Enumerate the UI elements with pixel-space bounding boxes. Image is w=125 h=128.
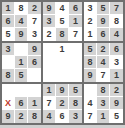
cell-r6c3[interactable] [28, 69, 41, 82]
cell-r9c8[interactable]: 1 [97, 110, 110, 123]
cell-r1c8[interactable]: 5 [97, 2, 110, 15]
cell-r6c2[interactable]: 5 [15, 69, 28, 82]
cell-r1c3[interactable]: 2 [28, 2, 41, 15]
cell-r7c2[interactable] [15, 84, 28, 97]
cell-r8c2[interactable]: 6 [15, 97, 28, 110]
cell-r6c4[interactable] [43, 69, 56, 82]
cell-r7c5[interactable]: 9 [56, 84, 69, 97]
cell-r8c5[interactable]: 2 [56, 97, 69, 110]
cell-r2c9[interactable]: 8 [110, 15, 123, 28]
cell-r9c3[interactable]: 8 [28, 110, 41, 123]
cell-r3c2[interactable]: 9 [15, 28, 28, 41]
cell-r5c1[interactable] [2, 56, 15, 69]
cell-r5c9[interactable]: 3 [110, 56, 123, 69]
cell-r2c8[interactable]: 9 [97, 15, 110, 28]
cell-r7c1[interactable] [2, 84, 15, 97]
cell-r6c1[interactable]: 8 [2, 69, 15, 82]
cell-r6c6[interactable] [69, 69, 82, 82]
sudoku-board: 1829463576473512985932871643915261684385… [0, 0, 125, 125]
cell-r3c3[interactable]: 3 [28, 28, 41, 41]
cell-r8c9[interactable]: 9 [110, 97, 123, 110]
cell-r7c7[interactable] [84, 84, 97, 97]
cell-r4c5[interactable]: 1 [56, 43, 69, 56]
cell-r5c3[interactable]: 6 [28, 56, 41, 69]
cell-r1c2[interactable]: 8 [15, 2, 28, 15]
cell-r1c4[interactable]: 9 [43, 2, 56, 15]
cell-r2c2[interactable]: 4 [15, 15, 28, 28]
cell-r1c9[interactable]: 7 [110, 2, 123, 15]
cell-r7c4[interactable]: 1 [43, 84, 56, 97]
cell-r6c9[interactable]: 1 [110, 69, 123, 82]
cell-r9c1[interactable]: 9 [2, 110, 15, 123]
cell-r3c8[interactable]: 6 [97, 28, 110, 41]
cell-r3c9[interactable]: 4 [110, 28, 123, 41]
cell-r4c2[interactable] [15, 43, 28, 56]
cell-r8c6[interactable]: 8 [69, 97, 82, 110]
cell-r8c1[interactable]: X [2, 97, 15, 110]
cell-r7c9[interactable]: 2 [110, 84, 123, 97]
cell-r5c6[interactable] [69, 56, 82, 69]
cell-r4c7[interactable]: 5 [84, 43, 97, 56]
cell-r2c7[interactable]: 2 [84, 15, 97, 28]
cell-r2c5[interactable]: 5 [56, 15, 69, 28]
cell-r2c6[interactable]: 1 [69, 15, 82, 28]
cell-r9c9[interactable]: 5 [110, 110, 123, 123]
cell-r9c7[interactable]: 7 [84, 110, 97, 123]
cell-r1c6[interactable]: 6 [69, 2, 82, 15]
cell-r5c7[interactable]: 8 [84, 56, 97, 69]
cell-r5c4[interactable] [43, 56, 56, 69]
cell-r6c8[interactable]: 7 [97, 69, 110, 82]
cell-r4c4[interactable] [43, 43, 56, 56]
cell-r8c4[interactable]: 7 [43, 97, 56, 110]
cell-r9c5[interactable]: 6 [56, 110, 69, 123]
cell-r2c3[interactable]: 7 [28, 15, 41, 28]
cell-r5c5[interactable] [56, 56, 69, 69]
cell-r2c4[interactable]: 3 [43, 15, 56, 28]
cell-r6c5[interactable] [56, 69, 69, 82]
cell-r5c2[interactable]: 1 [15, 56, 28, 69]
cell-r7c3[interactable] [28, 84, 41, 97]
cell-r4c1[interactable]: 3 [2, 43, 15, 56]
cell-r7c6[interactable]: 5 [69, 84, 82, 97]
cell-r3c1[interactable]: 5 [2, 28, 15, 41]
cell-r1c5[interactable]: 4 [56, 2, 69, 15]
cell-r3c6[interactable]: 7 [69, 28, 82, 41]
cell-r8c8[interactable]: 3 [97, 97, 110, 110]
cell-r2c1[interactable]: 6 [2, 15, 15, 28]
cell-r3c5[interactable]: 8 [56, 28, 69, 41]
cell-r9c2[interactable]: 2 [15, 110, 28, 123]
cell-r1c1[interactable]: 1 [2, 2, 15, 15]
cell-r9c6[interactable]: 3 [69, 110, 82, 123]
cell-r9c4[interactable]: 4 [43, 110, 56, 123]
cell-r4c6[interactable] [69, 43, 82, 56]
cell-r1c7[interactable]: 3 [84, 2, 97, 15]
cell-r3c4[interactable]: 2 [43, 28, 56, 41]
cell-r4c9[interactable]: 6 [110, 43, 123, 56]
cell-r7c8[interactable]: 8 [97, 84, 110, 97]
cell-r6c7[interactable]: 9 [84, 69, 97, 82]
cell-r4c3[interactable]: 9 [28, 43, 41, 56]
cell-r8c7[interactable]: 4 [84, 97, 97, 110]
cell-r3c7[interactable]: 1 [84, 28, 97, 41]
cell-r8c3[interactable]: 1 [28, 97, 41, 110]
cell-r5c8[interactable]: 4 [97, 56, 110, 69]
cell-r4c8[interactable]: 2 [97, 43, 110, 56]
